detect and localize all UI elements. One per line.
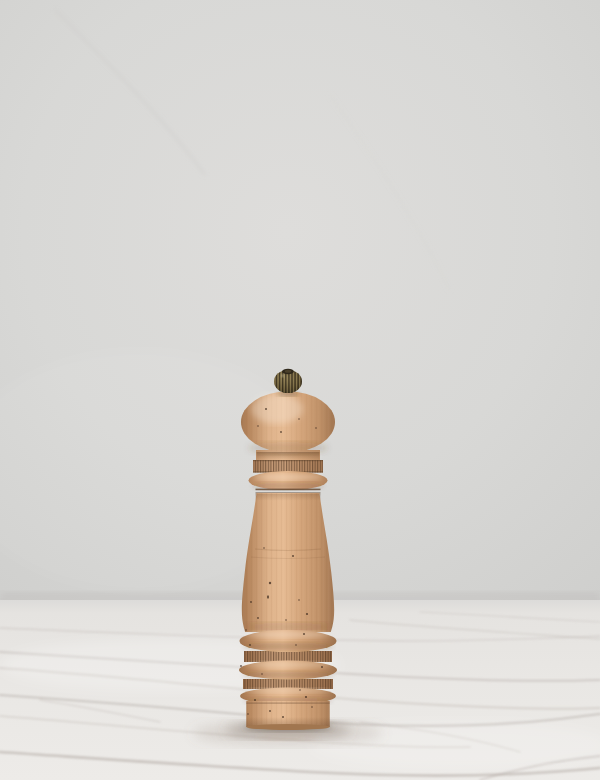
knob-highlight <box>281 374 284 377</box>
knurled-band <box>253 460 323 473</box>
warm-reflection <box>258 733 318 741</box>
base <box>246 701 329 730</box>
photo-scene: Turned wooden pepper mill with antique b… <box>0 0 600 780</box>
pepper-mill <box>239 369 337 730</box>
knob-top-inner <box>285 370 291 373</box>
ring-groove-a <box>244 651 332 662</box>
baluster-body <box>242 493 334 632</box>
neck-ring <box>249 471 328 490</box>
ring-2 <box>239 661 337 680</box>
ring-1 <box>240 630 337 652</box>
pinstripe-groove <box>256 489 321 491</box>
photo-canvas: Turned wooden pepper mill with antique b… <box>0 0 600 780</box>
under-dome-shadow <box>257 452 320 460</box>
dome-head <box>241 392 335 455</box>
